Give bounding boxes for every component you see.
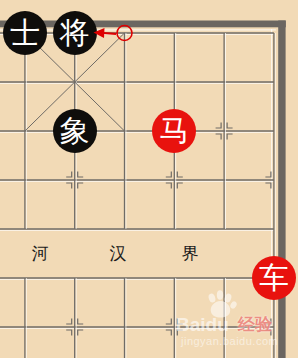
xiangqi-board: 河 汉 界 士将象马车 Baidu 经验 jingyan.baidu.com bbox=[0, 0, 298, 358]
piece-black-general[interactable]: 将 bbox=[53, 11, 97, 55]
piece-black-advisor[interactable]: 士 bbox=[3, 11, 47, 55]
piece-red-chariot[interactable]: 车 bbox=[252, 256, 296, 300]
piece-black-elephant[interactable]: 象 bbox=[53, 109, 97, 153]
piece-red-horse[interactable]: 马 bbox=[152, 109, 196, 153]
piece-grid: 士将象马车 bbox=[0, 9, 298, 352]
